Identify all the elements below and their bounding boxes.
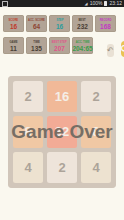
- stat-value: 168: [100, 23, 111, 30]
- battery-percent: 100%: [90, 0, 103, 7]
- stat-chip-record: RECORD168: [95, 15, 116, 32]
- stat-label: ACC. TIME: [76, 40, 90, 44]
- stat-chip-best: BEST232: [72, 15, 93, 32]
- game-over-overlay: Game Over: [8, 76, 116, 188]
- stat-chip-acc-score: ACC. SCORE64: [26, 15, 47, 32]
- stat-value: 16: [10, 23, 17, 30]
- stats-row-1: SCORE16ACC. SCORE64STEP16BEST232RECORD16…: [3, 15, 121, 32]
- stat-value: 135: [31, 45, 42, 52]
- battery-icon: [104, 1, 107, 6]
- notification-icon: [2, 1, 8, 7]
- signal-icon: ◢: [85, 0, 88, 7]
- stat-value: 11: [10, 45, 17, 52]
- stat-label: SCORE: [9, 18, 19, 22]
- stat-value: 16: [56, 23, 63, 30]
- stat-label: RECORD: [100, 18, 112, 22]
- stats-panel: SCORE16ACC. SCORE64STEP16BEST232RECORD16…: [3, 15, 121, 62]
- stat-chip-score: SCORE16: [3, 15, 24, 32]
- restart-button[interactable]: ⟳: [121, 41, 124, 57]
- stat-value: 207: [54, 45, 65, 52]
- stat-label: TIME: [33, 40, 39, 44]
- status-bar: ◢ 100% 23:12: [0, 0, 124, 7]
- stat-value: 232: [77, 23, 88, 30]
- stat-label: STEP: [56, 18, 63, 22]
- stat-label: BEST: [79, 18, 86, 22]
- undo-button[interactable]: ↶: [107, 44, 114, 57]
- clock: 23:12: [109, 0, 122, 7]
- stat-value: 204:65: [72, 45, 92, 52]
- stat-chip-step: STEP16: [49, 15, 70, 32]
- stat-chip-acc-time: ACC. TIME204:65: [72, 37, 93, 54]
- stat-chip-best-step: BEST STEP207: [49, 37, 70, 54]
- stat-label: GAME: [9, 40, 17, 44]
- stat-chip-game: GAME11: [3, 37, 24, 54]
- stats-row-2: GAME11TIME135BEST STEP207ACC. TIME204:65…: [3, 37, 121, 57]
- stat-label: BEST STEP: [52, 40, 67, 44]
- game-over-text: Game Over: [11, 121, 112, 143]
- stat-label: ACC. SCORE: [28, 18, 45, 22]
- stat-chip-time: TIME135: [26, 37, 47, 54]
- stat-value: 64: [33, 23, 40, 30]
